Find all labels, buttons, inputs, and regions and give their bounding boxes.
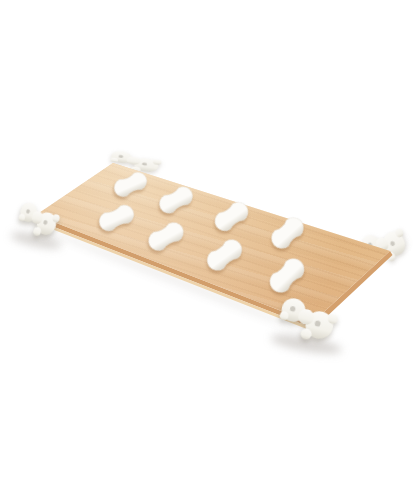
product-photo-stage: [0, 0, 420, 504]
